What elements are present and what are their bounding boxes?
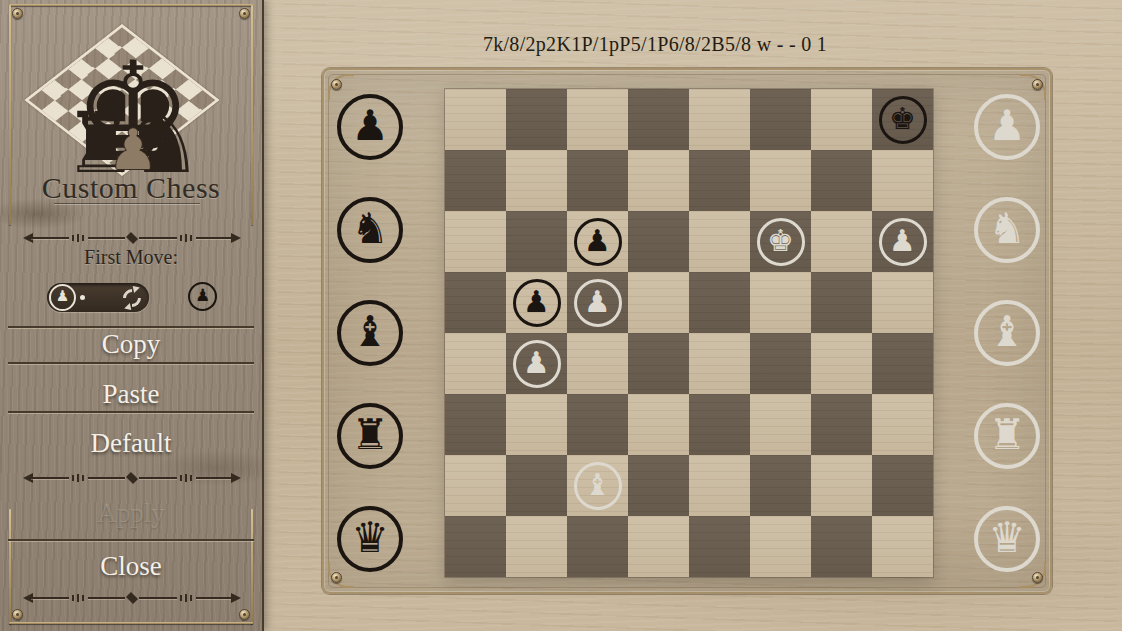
square-h4[interactable] [872, 333, 933, 394]
screw-icon [331, 572, 342, 583]
piece-white-king-f6[interactable]: ♚ [757, 218, 805, 266]
palette-black-knight[interactable]: ♞ [337, 197, 403, 263]
square-a8[interactable] [445, 89, 506, 150]
palette-black-queen[interactable]: ♛ [337, 506, 403, 572]
square-e8[interactable] [689, 89, 750, 150]
square-g7[interactable] [811, 150, 872, 211]
ornament-divider [18, 232, 246, 244]
square-b2[interactable] [506, 455, 567, 516]
square-c1[interactable] [567, 516, 628, 577]
white-pawn-icon: ♟ [56, 289, 69, 304]
divider [8, 362, 254, 364]
screw-icon [331, 79, 342, 90]
default-button[interactable]: Default [0, 427, 262, 459]
sidebar: ♚ ♜ ♞ ♟ Custom Chess First Move: ♟ ♟ Cop… [0, 0, 264, 631]
square-b8[interactable] [506, 89, 567, 150]
palette-white-pawn[interactable]: ♟ [974, 94, 1040, 160]
square-g1[interactable] [811, 516, 872, 577]
piece-white-pawn-h6[interactable]: ♟ [879, 218, 927, 266]
palette-white-queen[interactable]: ♛ [974, 506, 1040, 572]
square-g8[interactable] [811, 89, 872, 150]
square-e4[interactable] [689, 333, 750, 394]
square-f5[interactable] [750, 272, 811, 333]
square-a2[interactable] [445, 455, 506, 516]
square-h6[interactable]: ♟ [872, 211, 933, 272]
square-d3[interactable] [628, 394, 689, 455]
first-move-toggle[interactable]: ♟ [47, 283, 149, 312]
square-h7[interactable] [872, 150, 933, 211]
square-f2[interactable] [750, 455, 811, 516]
square-b7[interactable] [506, 150, 567, 211]
first-move-black-option[interactable]: ♟ [188, 282, 217, 311]
square-e7[interactable] [689, 150, 750, 211]
toggle-dot [80, 295, 85, 300]
board-frame: ♟♞♝♜♛ ♟♞♝♜♛ ♚♟♚♟♟♟♟♝ [322, 68, 1052, 594]
square-g4[interactable] [811, 333, 872, 394]
square-d8[interactable] [628, 89, 689, 150]
square-h5[interactable] [872, 272, 933, 333]
app-title: Custom Chess [0, 171, 262, 205]
square-d4[interactable] [628, 333, 689, 394]
screw-icon [1032, 572, 1043, 583]
square-c2[interactable]: ♝ [567, 455, 628, 516]
square-c4[interactable] [567, 333, 628, 394]
square-d7[interactable] [628, 150, 689, 211]
square-e2[interactable] [689, 455, 750, 516]
square-f8[interactable] [750, 89, 811, 150]
screw-icon [1032, 79, 1043, 90]
screw-icon [239, 609, 250, 620]
square-g3[interactable] [811, 394, 872, 455]
square-c7[interactable] [567, 150, 628, 211]
square-h3[interactable] [872, 394, 933, 455]
piece-white-pawn-b4[interactable]: ♟ [513, 340, 561, 388]
first-move-label: First Move: [0, 246, 262, 269]
square-a5[interactable] [445, 272, 506, 333]
ornament-divider [18, 592, 246, 604]
swap-color-icon[interactable] [119, 285, 144, 310]
palette-white-rook[interactable]: ♜ [974, 403, 1040, 469]
square-a4[interactable] [445, 333, 506, 394]
square-h1[interactable] [872, 516, 933, 577]
sidebar-frame-top [9, 4, 253, 6]
paste-button[interactable]: Paste [0, 378, 262, 410]
square-d2[interactable] [628, 455, 689, 516]
square-g6[interactable] [811, 211, 872, 272]
title-underline [54, 203, 200, 204]
palette-black-rook[interactable]: ♜ [337, 403, 403, 469]
chess-board: ♚♟♚♟♟♟♟♝ [445, 89, 933, 577]
palette-black-pawn[interactable]: ♟ [337, 94, 403, 160]
close-button[interactable]: Close [0, 550, 262, 582]
square-b3[interactable] [506, 394, 567, 455]
square-c6[interactable]: ♟ [567, 211, 628, 272]
square-h8[interactable]: ♚ [872, 89, 933, 150]
screw-icon [12, 609, 23, 620]
square-f6[interactable]: ♚ [750, 211, 811, 272]
piece-black-king-h8[interactable]: ♚ [879, 96, 927, 144]
piece-black-pawn-c6[interactable]: ♟ [574, 218, 622, 266]
square-e6[interactable] [689, 211, 750, 272]
piece-black-pawn-b5[interactable]: ♟ [513, 279, 561, 327]
square-b1[interactable] [506, 516, 567, 577]
square-e1[interactable] [689, 516, 750, 577]
square-g2[interactable] [811, 455, 872, 516]
square-g5[interactable] [811, 272, 872, 333]
square-d5[interactable] [628, 272, 689, 333]
square-a6[interactable] [445, 211, 506, 272]
palette-white-bishop[interactable]: ♝ [974, 300, 1040, 366]
square-e3[interactable] [689, 394, 750, 455]
square-f1[interactable] [750, 516, 811, 577]
palette-white-knight[interactable]: ♞ [974, 197, 1040, 263]
square-a3[interactable] [445, 394, 506, 455]
square-a1[interactable] [445, 516, 506, 577]
copy-button[interactable]: Copy [0, 328, 262, 360]
square-c5[interactable]: ♟ [567, 272, 628, 333]
square-c8[interactable] [567, 89, 628, 150]
first-move-white-option[interactable]: ♟ [49, 284, 76, 311]
square-e5[interactable] [689, 272, 750, 333]
square-d6[interactable] [628, 211, 689, 272]
apply-button[interactable]: Apply [0, 497, 262, 529]
custom-chess-window: ♚ ♜ ♞ ♟ Custom Chess First Move: ♟ ♟ Cop… [0, 0, 1122, 631]
square-b5[interactable]: ♟ [506, 272, 567, 333]
sidebar-frame-bottom [9, 622, 253, 624]
screw-icon [239, 8, 250, 19]
square-c3[interactable] [567, 394, 628, 455]
square-h2[interactable] [872, 455, 933, 516]
square-f3[interactable] [750, 394, 811, 455]
square-d1[interactable] [628, 516, 689, 577]
square-f7[interactable] [750, 150, 811, 211]
divider [8, 411, 254, 413]
logo-pawn-icon: ♟ [108, 122, 158, 178]
black-pawn-icon: ♟ [195, 287, 210, 304]
divider [8, 539, 254, 541]
square-b4[interactable]: ♟ [506, 333, 567, 394]
ornament-divider [18, 472, 246, 484]
screw-icon [12, 8, 23, 19]
square-f4[interactable] [750, 333, 811, 394]
palette-black-bishop[interactable]: ♝ [337, 300, 403, 366]
square-b6[interactable] [506, 211, 567, 272]
piece-white-pawn-c5[interactable]: ♟ [574, 279, 622, 327]
piece-white-bishop-c2[interactable]: ♝ [574, 462, 622, 510]
fen-display: 7k/8/2p2K1P/1pP5/1P6/8/2B5/8 w - - 0 1 [200, 33, 1110, 56]
square-a7[interactable] [445, 150, 506, 211]
